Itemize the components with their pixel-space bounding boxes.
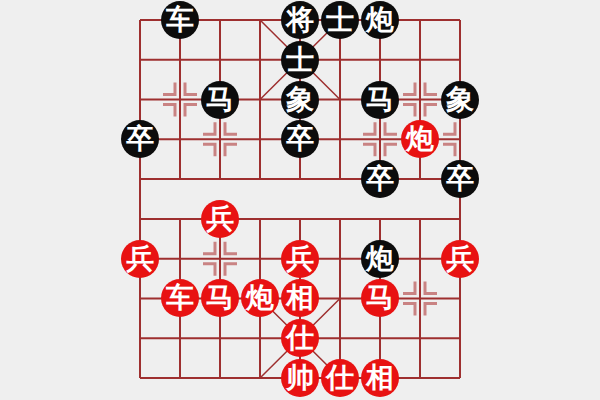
piece-red-cannon[interactable]: 炮	[401, 120, 439, 158]
piece-red-soldier[interactable]: 兵	[281, 240, 319, 278]
piece-black-soldier[interactable]: 卒	[281, 120, 319, 158]
piece-red-advisor[interactable]: 仕	[281, 319, 319, 357]
piece-red-general[interactable]: 帅	[281, 359, 319, 397]
piece-red-soldier[interactable]: 兵	[441, 240, 479, 278]
piece-red-horse[interactable]: 马	[361, 279, 399, 317]
piece-black-elephant[interactable]: 象	[281, 81, 319, 119]
piece-black-soldier[interactable]: 卒	[121, 120, 159, 158]
piece-black-horse[interactable]: 马	[201, 81, 239, 119]
piece-black-cannon[interactable]: 炮	[361, 240, 399, 278]
pieces-layer: 车将士炮士马象马象卒卒炮卒卒兵兵兵炮兵车马炮相马仕帅仕相	[120, 0, 480, 398]
piece-red-cannon[interactable]: 炮	[241, 279, 279, 317]
xiangqi-board: 车将士炮士马象马象卒卒炮卒卒兵兵兵炮兵车马炮相马仕帅仕相	[0, 0, 600, 400]
piece-red-elephant[interactable]: 相	[281, 279, 319, 317]
piece-black-elephant[interactable]: 象	[441, 81, 479, 119]
piece-red-soldier[interactable]: 兵	[201, 200, 239, 238]
piece-red-advisor[interactable]: 仕	[321, 359, 359, 397]
piece-red-chariot[interactable]: 车	[161, 279, 199, 317]
piece-black-horse[interactable]: 马	[361, 81, 399, 119]
piece-red-soldier[interactable]: 兵	[121, 240, 159, 278]
piece-black-general[interactable]: 将	[281, 1, 319, 39]
piece-red-elephant[interactable]: 相	[361, 359, 399, 397]
piece-black-chariot[interactable]: 车	[161, 1, 199, 39]
piece-black-soldier[interactable]: 卒	[441, 160, 479, 198]
piece-black-cannon[interactable]: 炮	[361, 1, 399, 39]
piece-red-horse[interactable]: 马	[201, 279, 239, 317]
piece-black-advisor[interactable]: 士	[321, 1, 359, 39]
piece-black-advisor[interactable]: 士	[281, 41, 319, 79]
piece-black-soldier[interactable]: 卒	[361, 160, 399, 198]
